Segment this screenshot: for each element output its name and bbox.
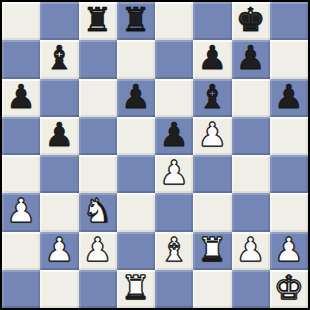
square-g2[interactable]: ♟︎ — [232, 232, 270, 270]
square-a8[interactable] — [2, 2, 40, 40]
square-a1[interactable] — [2, 270, 40, 308]
white-pawn-piece: ♟︎ — [236, 232, 266, 269]
square-c7[interactable] — [79, 40, 117, 78]
square-a2[interactable] — [2, 232, 40, 270]
square-h7[interactable] — [270, 40, 308, 78]
square-e3[interactable] — [155, 193, 193, 231]
black-pawn-piece: ♟︎ — [198, 40, 228, 77]
black-bishop-piece: ♝ — [198, 79, 228, 116]
square-e6[interactable] — [155, 79, 193, 117]
square-c3[interactable]: ♞ — [79, 193, 117, 231]
square-f4[interactable] — [193, 155, 231, 193]
square-c8[interactable]: ♜ — [79, 2, 117, 40]
black-rook-piece: ♜ — [83, 2, 113, 39]
white-bishop-piece: ♝ — [159, 232, 189, 269]
square-c5[interactable] — [79, 117, 117, 155]
square-e2[interactable]: ♝ — [155, 232, 193, 270]
square-h6[interactable]: ♟︎ — [270, 79, 308, 117]
square-b3[interactable] — [40, 193, 78, 231]
square-c6[interactable] — [79, 79, 117, 117]
square-c1[interactable] — [79, 270, 117, 308]
black-pawn-piece: ♟︎ — [236, 40, 266, 77]
square-f3[interactable] — [193, 193, 231, 231]
square-g1[interactable] — [232, 270, 270, 308]
chess-board-frame: ♜♜♚♝♟︎♟︎♟︎♟︎♝♟︎♟︎♟︎♟︎♟︎♟︎♞♟︎♟︎♝♜♟︎♟︎♜♚ — [0, 0, 310, 310]
square-e1[interactable] — [155, 270, 193, 308]
square-f2[interactable]: ♜ — [193, 232, 231, 270]
square-a4[interactable] — [2, 155, 40, 193]
white-king-piece: ♚ — [274, 270, 304, 307]
black-pawn-piece: ♟︎ — [6, 79, 36, 116]
white-pawn-piece: ♟︎ — [198, 117, 228, 154]
square-d2[interactable] — [117, 232, 155, 270]
square-d5[interactable] — [117, 117, 155, 155]
black-rook-piece: ♜ — [121, 2, 151, 39]
square-b2[interactable]: ♟︎ — [40, 232, 78, 270]
square-g8[interactable]: ♚ — [232, 2, 270, 40]
square-f1[interactable] — [193, 270, 231, 308]
black-king-piece: ♚ — [236, 2, 266, 39]
square-b7[interactable]: ♝ — [40, 40, 78, 78]
white-pawn-piece: ♟︎ — [6, 193, 36, 230]
square-b1[interactable] — [40, 270, 78, 308]
square-a3[interactable]: ♟︎ — [2, 193, 40, 231]
square-g6[interactable] — [232, 79, 270, 117]
square-g5[interactable] — [232, 117, 270, 155]
square-f7[interactable]: ♟︎ — [193, 40, 231, 78]
square-a5[interactable] — [2, 117, 40, 155]
white-rook-piece: ♜ — [121, 270, 151, 307]
chess-board: ♜♜♚♝♟︎♟︎♟︎♟︎♝♟︎♟︎♟︎♟︎♟︎♟︎♞♟︎♟︎♝♜♟︎♟︎♜♚ — [2, 2, 308, 308]
white-pawn-piece: ♟︎ — [45, 232, 75, 269]
square-f5[interactable]: ♟︎ — [193, 117, 231, 155]
black-bishop-piece: ♝ — [45, 40, 75, 77]
square-h3[interactable] — [270, 193, 308, 231]
square-a7[interactable] — [2, 40, 40, 78]
white-pawn-piece: ♟︎ — [274, 232, 304, 269]
square-h4[interactable] — [270, 155, 308, 193]
square-b4[interactable] — [40, 155, 78, 193]
square-f8[interactable] — [193, 2, 231, 40]
black-pawn-piece: ♟︎ — [45, 117, 75, 154]
square-g7[interactable]: ♟︎ — [232, 40, 270, 78]
black-pawn-piece: ♟︎ — [121, 79, 151, 116]
square-e4[interactable]: ♟︎ — [155, 155, 193, 193]
square-d7[interactable] — [117, 40, 155, 78]
square-g3[interactable] — [232, 193, 270, 231]
square-b8[interactable] — [40, 2, 78, 40]
square-d4[interactable] — [117, 155, 155, 193]
black-pawn-piece: ♟︎ — [274, 79, 304, 116]
square-b5[interactable]: ♟︎ — [40, 117, 78, 155]
square-h5[interactable] — [270, 117, 308, 155]
square-d6[interactable]: ♟︎ — [117, 79, 155, 117]
square-c2[interactable]: ♟︎ — [79, 232, 117, 270]
square-g4[interactable] — [232, 155, 270, 193]
white-rook-piece: ♜ — [198, 232, 228, 269]
square-h8[interactable] — [270, 2, 308, 40]
square-d3[interactable] — [117, 193, 155, 231]
square-h2[interactable]: ♟︎ — [270, 232, 308, 270]
square-f6[interactable]: ♝ — [193, 79, 231, 117]
square-e5[interactable]: ♟︎ — [155, 117, 193, 155]
white-pawn-piece: ♟︎ — [83, 232, 113, 269]
square-e7[interactable] — [155, 40, 193, 78]
square-d1[interactable]: ♜ — [117, 270, 155, 308]
black-pawn-piece: ♟︎ — [159, 117, 189, 154]
square-a6[interactable]: ♟︎ — [2, 79, 40, 117]
white-knight-piece: ♞ — [83, 193, 113, 230]
square-d8[interactable]: ♜ — [117, 2, 155, 40]
white-pawn-piece: ♟︎ — [159, 155, 189, 192]
square-c4[interactable] — [79, 155, 117, 193]
square-h1[interactable]: ♚ — [270, 270, 308, 308]
square-e8[interactable] — [155, 2, 193, 40]
square-b6[interactable] — [40, 79, 78, 117]
